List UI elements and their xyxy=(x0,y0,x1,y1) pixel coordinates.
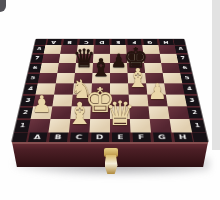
square-d5 xyxy=(92,73,110,83)
square-d6 xyxy=(92,63,110,73)
square-h6 xyxy=(161,63,180,73)
square-h5 xyxy=(163,73,183,83)
square-g8 xyxy=(142,45,159,54)
square-d2 xyxy=(90,106,110,119)
file-label-c: C xyxy=(70,132,89,142)
rank-label-right-2: 2 xyxy=(187,107,202,118)
square-e3 xyxy=(110,95,129,107)
rank-label-right-3: 3 xyxy=(185,95,200,105)
rank-label-right-7: 7 xyxy=(176,54,189,62)
file-label-d: D xyxy=(91,132,109,142)
square-b2 xyxy=(50,106,71,119)
square-b1 xyxy=(48,119,70,132)
square-f8 xyxy=(126,45,143,54)
square-c2 xyxy=(70,106,90,119)
square-b8 xyxy=(60,45,77,54)
square-g1 xyxy=(150,119,172,132)
square-e6 xyxy=(110,63,128,73)
frame-corner xyxy=(192,132,208,142)
square-d4 xyxy=(91,83,110,94)
square-a1 xyxy=(28,119,51,132)
square-f5 xyxy=(128,73,147,83)
square-b6 xyxy=(57,63,76,73)
square-b3 xyxy=(52,95,72,107)
rank-label-right-6: 6 xyxy=(178,64,191,72)
square-f6 xyxy=(127,63,145,73)
square-c7 xyxy=(76,54,94,63)
rank-label-right-1: 1 xyxy=(190,120,206,132)
square-e8 xyxy=(110,45,127,54)
square-f4 xyxy=(128,83,147,94)
square-h7 xyxy=(160,54,178,63)
frame-corner xyxy=(173,39,185,45)
square-d1 xyxy=(89,119,110,132)
file-label-h: H xyxy=(173,132,192,142)
board-grid: ABCDEFGH8877665544332211ABCDEFGH xyxy=(12,39,208,142)
square-e5 xyxy=(110,73,128,83)
brass-clasp-icon xyxy=(101,146,121,178)
square-a7 xyxy=(42,54,60,63)
square-h4 xyxy=(164,83,184,94)
square-c1 xyxy=(69,119,90,132)
square-a4 xyxy=(35,83,55,94)
square-c4 xyxy=(73,83,92,94)
background-band xyxy=(212,0,220,150)
square-h2 xyxy=(168,106,190,119)
square-c3 xyxy=(72,95,92,107)
square-a3 xyxy=(33,95,54,107)
file-label-f: F xyxy=(132,132,151,142)
square-b4 xyxy=(54,83,74,94)
square-g4 xyxy=(146,83,166,94)
rank-label-right-4: 4 xyxy=(182,84,196,94)
square-a2 xyxy=(31,106,53,119)
photo-corner-artifact xyxy=(0,0,6,12)
square-g3 xyxy=(147,95,167,107)
file-label-e: E xyxy=(111,132,129,142)
square-e1 xyxy=(110,119,131,132)
file-label-g: G xyxy=(153,132,172,142)
square-d7 xyxy=(93,54,110,63)
rank-label-right-5: 5 xyxy=(180,74,194,83)
square-a5 xyxy=(38,73,58,83)
chess-set-photo: ABCDEFGH8877665544332211ABCDEFGH ♛♟♚♝♝♞♟… xyxy=(0,0,220,200)
square-h8 xyxy=(158,45,176,54)
square-e2 xyxy=(110,106,130,119)
square-g5 xyxy=(145,73,164,83)
clasp-hasp xyxy=(105,155,118,174)
square-b5 xyxy=(56,73,75,83)
square-g7 xyxy=(143,54,161,63)
square-a6 xyxy=(40,63,59,73)
square-g2 xyxy=(148,106,169,119)
square-f1 xyxy=(130,119,151,132)
square-e4 xyxy=(110,83,129,94)
square-c8 xyxy=(77,45,94,54)
square-a8 xyxy=(44,45,62,54)
square-d8 xyxy=(93,45,110,54)
square-h1 xyxy=(170,119,193,132)
square-f2 xyxy=(129,106,149,119)
file-label-b: B xyxy=(49,132,68,142)
rank-label-right-8: 8 xyxy=(175,45,188,53)
square-c6 xyxy=(75,63,93,73)
square-d3 xyxy=(91,95,110,107)
square-e7 xyxy=(110,54,127,63)
square-b7 xyxy=(59,54,77,63)
file-label-a: A xyxy=(28,132,47,142)
square-f7 xyxy=(127,54,145,63)
square-c5 xyxy=(74,73,93,83)
square-g6 xyxy=(144,63,163,73)
chess-board: ABCDEFGH8877665544332211ABCDEFGH xyxy=(12,39,208,142)
square-h3 xyxy=(166,95,187,107)
square-f3 xyxy=(129,95,149,107)
frame-corner xyxy=(12,132,28,142)
